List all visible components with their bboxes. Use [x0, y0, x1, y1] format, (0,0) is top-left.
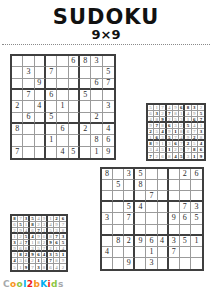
sudoku-cell [35, 90, 46, 101]
sudoku-cell [191, 258, 202, 269]
sudoku-cell: 4 [135, 202, 146, 213]
sudoku-cell [113, 169, 124, 180]
sudoku-cell [46, 124, 57, 135]
sudoku-cell [180, 225, 191, 236]
sudoku-cell [169, 169, 180, 180]
sudoku-cell [80, 101, 91, 112]
sudoku-cell [12, 56, 23, 67]
sudoku-cell [102, 180, 113, 191]
sudoku-cell [35, 147, 46, 158]
sudoku-cell [135, 191, 146, 202]
sudoku-cell: 9 [35, 79, 46, 90]
sudoku-cell: 3 [91, 56, 102, 67]
sudoku-cell [103, 90, 114, 101]
sudoku-cell: 4 [57, 147, 68, 158]
sudoku-cell [80, 79, 91, 90]
sudoku-cell: 3 [23, 67, 34, 78]
sudoku-cell [80, 147, 91, 158]
sudoku-cell [169, 180, 180, 191]
sudoku-cell: 5 [124, 202, 135, 213]
sudoku-cell [103, 56, 114, 67]
sudoku-cell: 2 [91, 113, 102, 124]
sudoku-cell: 2 [180, 169, 191, 180]
sudoku-cell: 3 [169, 236, 180, 247]
sudoku-cell [91, 101, 102, 112]
sudoku-cell [158, 258, 169, 269]
sudoku-cell: 7 [46, 67, 57, 78]
solution2-grid: 8735491266518234972946715381254968733471… [10, 214, 68, 272]
sudoku-cell: 1 [46, 135, 57, 146]
sudoku-cell: 9 [135, 236, 146, 247]
sudoku-cell [57, 79, 68, 90]
sudoku-cell: 9 [198, 153, 204, 159]
sudoku-cell [23, 101, 34, 112]
logo-letter: K [40, 279, 47, 289]
sudoku-cell [23, 135, 34, 146]
sudoku-cell: 6 [23, 113, 34, 124]
sudoku-cell [191, 180, 202, 191]
sudoku-cell: 6 [57, 124, 68, 135]
sudoku-cell [146, 180, 157, 191]
sudoku-cell: 3 [146, 258, 157, 269]
sudoku-cell: 6 [180, 213, 191, 224]
sudoku-cell [35, 56, 46, 67]
sudoku-cell: 8 [135, 180, 146, 191]
sudoku-cell [35, 113, 46, 124]
sudoku-cell [69, 90, 80, 101]
sudoku-cell [146, 202, 157, 213]
sudoku-cell: 3 [102, 213, 113, 224]
sudoku-cell [169, 202, 180, 213]
sudoku-cell [124, 180, 135, 191]
sudoku-cell: 1 [57, 101, 68, 112]
sudoku-cell: 7 [103, 79, 114, 90]
sudoku-cell [35, 124, 46, 135]
sudoku-cell [102, 236, 113, 247]
sudoku-worksheet-page: { "game": "sudoku", "header": { "title":… [0, 0, 212, 300]
sudoku-cell [69, 67, 80, 78]
sudoku-cell [135, 213, 146, 224]
sudoku-cell [12, 90, 23, 101]
dotted-divider [2, 44, 210, 45]
sudoku-cell: 6 [69, 56, 80, 67]
sudoku-cell [169, 225, 180, 236]
sudoku-cell [158, 180, 169, 191]
sudoku-cell [158, 247, 169, 258]
sudoku-cell: 8 [12, 124, 23, 135]
sudoku-cell: 2 [12, 101, 23, 112]
sudoku-cell [80, 135, 91, 146]
sudoku-cell [180, 258, 191, 269]
sudoku-cell [69, 113, 80, 124]
sudoku-cell [91, 90, 102, 101]
sudoku-cell [69, 79, 80, 90]
sudoku-cell [57, 135, 68, 146]
sudoku-cell [102, 258, 113, 269]
sudoku-cell: 3 [191, 202, 202, 213]
sudoku-cell [169, 191, 180, 202]
sudoku-cell [12, 67, 23, 78]
sudoku-cell [169, 258, 180, 269]
sudoku-cell [158, 225, 169, 236]
sudoku-cell [124, 225, 135, 236]
sudoku-cell: 8 [102, 169, 113, 180]
sudoku-cell [23, 56, 34, 67]
sudoku-cell: 3 [124, 169, 135, 180]
sudoku-cell [91, 67, 102, 78]
sudoku-cell [191, 225, 202, 236]
sudoku-cell [23, 124, 34, 135]
sudoku-cell [191, 247, 202, 258]
sudoku-cell: 2 [124, 236, 135, 247]
sudoku-cell: 1 [191, 236, 202, 247]
sudoku-cell: 4 [35, 101, 46, 112]
sudoku-cell [124, 191, 135, 202]
sudoku-cell [146, 169, 157, 180]
sudoku-cell [158, 191, 169, 202]
sudoku-cell: 7 [180, 202, 191, 213]
sudoku-cell [35, 135, 46, 146]
logo-letter: C [3, 279, 10, 289]
logo-letter: o [10, 279, 17, 289]
sudoku-cell [35, 67, 46, 78]
sudoku-cell: 3 [103, 101, 114, 112]
cool2bkids-logo: Cool2bKids [3, 279, 64, 289]
sudoku-cell: 1 [91, 147, 102, 158]
sudoku-cell: 5 [103, 67, 114, 78]
sudoku-cell [23, 79, 34, 90]
sudoku-cell: 7 [169, 247, 180, 258]
sudoku-cell: 2 [80, 124, 91, 135]
sudoku-cell: 5 [113, 180, 124, 191]
sudoku-cell: 5 [69, 147, 80, 158]
sudoku-cell [113, 191, 124, 202]
sudoku-cell: 5 [191, 213, 202, 224]
sudoku-cell: 7 [146, 191, 157, 202]
sudoku-cell [158, 169, 169, 180]
sudoku-cell [46, 147, 57, 158]
sudoku-cell [57, 113, 68, 124]
sudoku-cell [113, 258, 124, 269]
sudoku-cell [146, 213, 157, 224]
sudoku-cell: 8 [113, 236, 124, 247]
sudoku-cell [23, 147, 34, 158]
sudoku-cell: 5 [80, 90, 91, 101]
sudoku-cell: 9 [103, 147, 114, 158]
sudoku-cell: 8 [80, 56, 91, 67]
sudoku-cell [180, 180, 191, 191]
sudoku-cell [113, 213, 124, 224]
sudoku-cell [12, 135, 23, 146]
sudoku-cell [146, 225, 157, 236]
sudoku-cell: 7 [124, 213, 135, 224]
sudoku-cell [102, 202, 113, 213]
sudoku-cell: 4 [102, 247, 113, 258]
sudoku-cell [180, 191, 191, 202]
sudoku-cell [113, 202, 124, 213]
sudoku-cell [91, 124, 102, 135]
sudoku-cell: 7 [12, 147, 23, 158]
sudoku-cell [113, 247, 124, 258]
sudoku-cell: 6 [91, 79, 102, 90]
sudoku-cell [46, 79, 57, 90]
sudoku-cell [80, 67, 91, 78]
sudoku-cell: 9 [124, 258, 135, 269]
sudoku-cell [180, 247, 191, 258]
logo-letter: d [51, 279, 58, 289]
sudoku-cell [46, 101, 57, 112]
sudoku-cell [158, 202, 169, 213]
sudoku-cell: 5 [180, 236, 191, 247]
sudoku-cell [69, 124, 80, 135]
sudoku-cell: 4 [158, 236, 169, 247]
sudoku-cell: 6 [146, 236, 157, 247]
logo-letter: s [58, 279, 64, 289]
sudoku-cell [46, 56, 57, 67]
sudoku-cell: 6 [103, 135, 114, 146]
sudoku-cell: 7 [23, 90, 34, 101]
sudoku-cell: 8 [91, 135, 102, 146]
sudoku-cell [102, 225, 113, 236]
sudoku-cell: 5 [135, 169, 146, 180]
sudoku-cell [135, 258, 146, 269]
sudoku-cell: 1 [146, 247, 157, 258]
sudoku-cell [103, 113, 114, 124]
sudoku-cell [57, 56, 68, 67]
sudoku-cell [135, 247, 146, 258]
sudoku-cell [80, 113, 91, 124]
sudoku-cell: 5 [46, 113, 57, 124]
sudoku-cell: 9 [169, 213, 180, 224]
sudoku-cell: 4 [103, 124, 114, 135]
sudoku-cell [158, 213, 169, 224]
sudoku-cell [69, 135, 80, 146]
page-subtitle: 9×9 [0, 27, 212, 42]
sudoku-cell [102, 191, 113, 202]
solution1-grid: 5174968326327814954892531679786325412549… [146, 103, 206, 161]
sudoku-cell [57, 67, 68, 78]
sudoku-cell: 2 [60, 264, 66, 270]
puzzle1-grid: 6833759677652413652862418674519 [10, 54, 116, 160]
sudoku-cell [69, 101, 80, 112]
sudoku-cell [12, 113, 23, 124]
page-title: SUDOKU [0, 5, 212, 29]
sudoku-cell [12, 79, 23, 90]
sudoku-cell [191, 191, 202, 202]
sudoku-cell [57, 90, 68, 101]
sudoku-cell [113, 225, 124, 236]
sudoku-cell: 6 [191, 169, 202, 180]
sudoku-cell: 6 [46, 90, 57, 101]
sudoku-cell [135, 225, 146, 236]
puzzle2-grid: 835265875473379658296435141793 [100, 167, 204, 271]
sudoku-cell [124, 247, 135, 258]
